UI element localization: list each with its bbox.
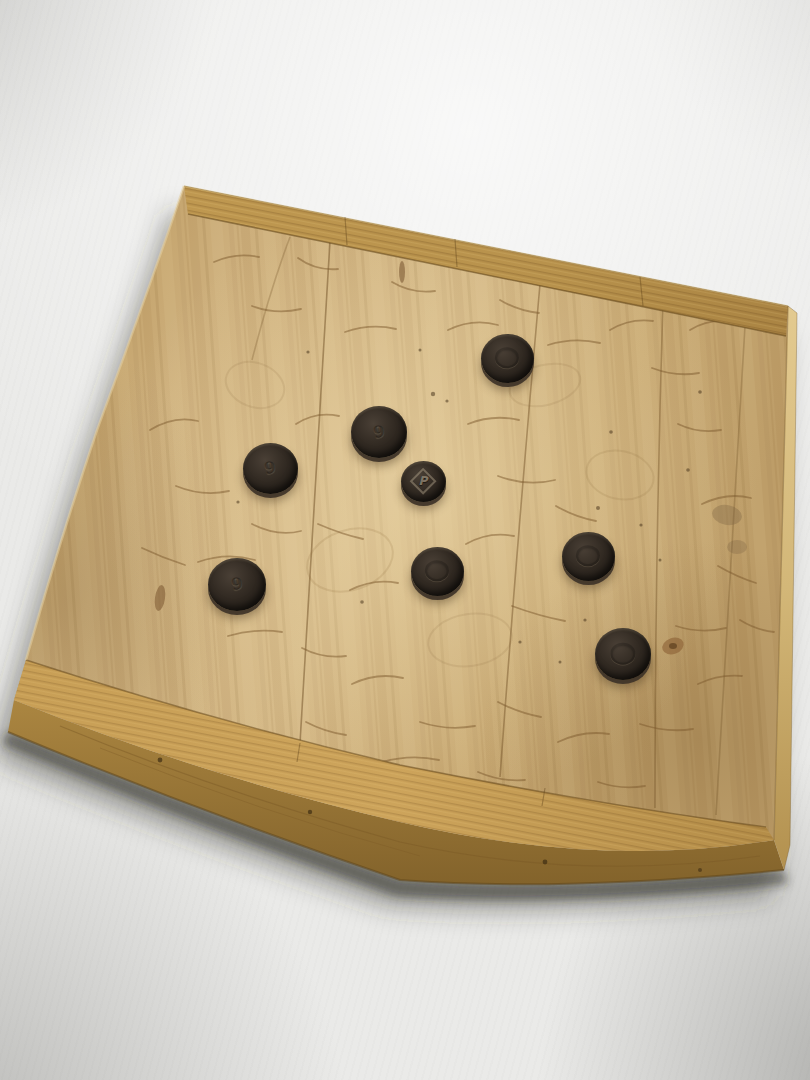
- puck-mark: [425, 560, 449, 581]
- puck[interactable]: [481, 334, 534, 383]
- puck[interactable]: 9: [351, 406, 407, 458]
- puck[interactable]: [595, 628, 651, 680]
- puck[interactable]: 9: [243, 443, 298, 494]
- puck[interactable]: [562, 532, 615, 581]
- puck-mark: P: [419, 474, 428, 488]
- pucks-layer: 99P9: [0, 0, 810, 1080]
- puck-mark: [576, 545, 600, 566]
- photo-scene: 99P9: [0, 0, 810, 1080]
- puck-mark: 9: [230, 573, 245, 594]
- puck[interactable]: P: [401, 461, 446, 502]
- puck-mark: [495, 347, 519, 368]
- puck-mark: [610, 643, 635, 665]
- puck-mark: 9: [263, 457, 278, 478]
- puck-mark: 9: [372, 421, 387, 442]
- puck[interactable]: 9: [208, 558, 266, 611]
- puck[interactable]: [411, 547, 464, 596]
